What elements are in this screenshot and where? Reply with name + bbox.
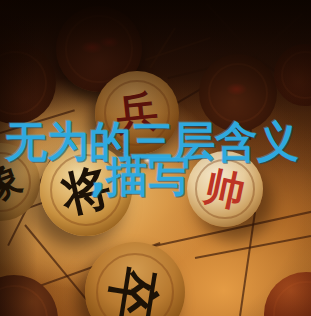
- piece-black-soldier: 卒: [85, 242, 185, 316]
- xiangqi-photo-scene: 象 兵 将 帅 卒 无为的三层含义 ,描写: [0, 0, 311, 316]
- caption-line-2: ,描写: [90, 156, 190, 198]
